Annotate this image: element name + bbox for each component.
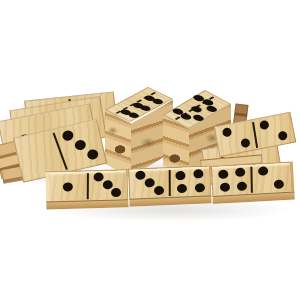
tile-half-right (169, 166, 210, 197)
pip (274, 179, 284, 189)
tile-half-left (215, 120, 258, 156)
pip (150, 98, 165, 105)
tile-face (45, 169, 128, 201)
pip (193, 169, 203, 178)
tile-half-right (252, 113, 295, 149)
tile-half-left (129, 168, 170, 199)
tile-half-left (212, 165, 253, 196)
pip (62, 129, 75, 141)
tile-face (128, 165, 211, 198)
domino-4-2[interactable] (211, 162, 295, 204)
pip (135, 170, 145, 179)
tile-half-right (87, 170, 127, 200)
pip (62, 182, 72, 191)
tile-half-right (251, 163, 292, 194)
pip (222, 127, 233, 138)
tile-edge (46, 199, 128, 209)
pip (93, 172, 103, 181)
pip (126, 112, 141, 119)
pip (218, 169, 228, 179)
pip (138, 105, 153, 112)
pip (175, 170, 185, 179)
pip (277, 130, 288, 141)
pip (154, 186, 164, 195)
domino-1-3[interactable] (45, 169, 128, 209)
pip (240, 138, 251, 149)
dominoes-product-photo (0, 0, 300, 300)
pip (194, 183, 204, 192)
pip (190, 105, 205, 113)
domino-3-4[interactable] (128, 165, 211, 206)
pip (102, 180, 112, 189)
tile-half-right (55, 120, 106, 172)
tile-face (211, 162, 295, 196)
pip (237, 181, 247, 191)
pip (86, 149, 99, 161)
pip (74, 139, 87, 151)
pip (219, 183, 229, 193)
pip (177, 184, 187, 193)
pip (259, 120, 270, 131)
pip (145, 178, 155, 187)
pip (204, 105, 219, 113)
pip (111, 188, 121, 197)
pip (235, 168, 245, 178)
pip (258, 166, 268, 176)
tile-half-left (48, 171, 88, 201)
